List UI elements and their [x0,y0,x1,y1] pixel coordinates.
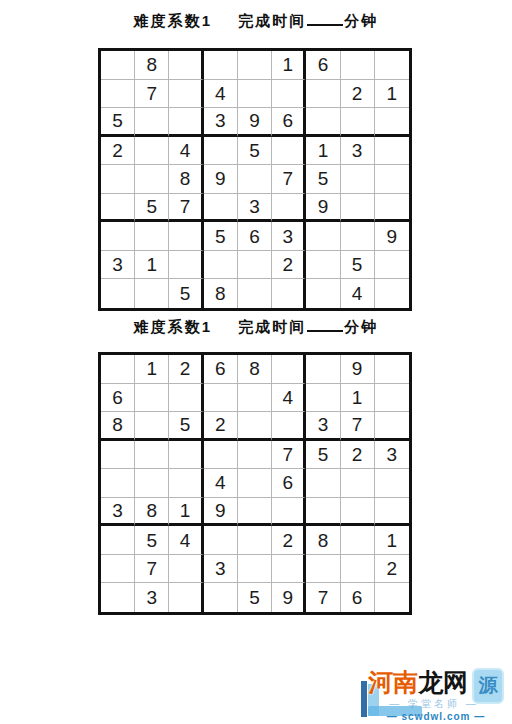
p1-cell-r3c9[interactable] [375,108,409,137]
puzzle-1-time-label: 完成时间 [238,12,306,29]
p1-cell-r7c3[interactable] [169,222,203,251]
p1-cell-r6c6[interactable] [272,194,306,223]
p1-cell-r4c3[interactable]: 4 [169,137,203,166]
watermark-site-name-rest: 龙网 [418,668,468,696]
p2-cell-r7c1[interactable] [101,526,135,555]
p1-cell-r5c7[interactable]: 5 [306,165,340,194]
p1-cell-r4c6[interactable] [272,137,306,166]
puzzle-2-time-unit: 分钟 [344,318,378,335]
puzzle-2-time-blank-line [307,319,343,332]
p1-cell-r3c7[interactable] [306,108,340,137]
p2-cell-r7c6[interactable]: 2 [272,526,306,555]
p1-cell-r5c8[interactable] [341,165,375,194]
p2-cell-r8c9[interactable]: 2 [375,555,409,584]
p2-cell-r1c7[interactable] [306,355,340,384]
p1-cell-r5c4[interactable]: 9 [204,165,238,194]
puzzle-1-time-blank-line [307,13,343,26]
p1-cell-r9c7[interactable] [306,279,340,308]
p2-cell-r3c4[interactable]: 2 [204,412,238,441]
p2-cell-r5c5[interactable] [238,469,272,498]
p2-cell-r5c1[interactable] [101,469,135,498]
p1-cell-r2c8[interactable]: 2 [341,80,375,109]
p2-cell-r4c6[interactable]: 7 [272,441,306,470]
p2-cell-r8c8[interactable] [341,555,375,584]
p2-cell-r4c7[interactable]: 5 [306,441,340,470]
p2-cell-r4c2[interactable] [135,441,169,470]
p2-cell-r1c5[interactable]: 8 [238,355,272,384]
p1-cell-r1c6[interactable]: 1 [272,51,306,80]
p1-cell-r6c1[interactable] [101,194,135,223]
p1-cell-r3c4[interactable]: 3 [204,108,238,137]
p1-cell-r1c1[interactable] [101,51,135,80]
p1-cell-r5c9[interactable] [375,165,409,194]
p2-cell-r6c9[interactable] [375,498,409,527]
p1-cell-r9c4[interactable]: 8 [204,279,238,308]
p2-cell-r6c3[interactable]: 1 [169,498,203,527]
p1-cell-r4c8[interactable]: 3 [341,137,375,166]
p2-cell-r6c5[interactable] [238,498,272,527]
p2-cell-r9c8[interactable]: 6 [341,583,375,612]
sudoku-worksheet: 难度系数1完成时间分钟 8167421539624513897557395639… [0,0,512,724]
p2-cell-r9c7[interactable]: 7 [306,583,340,612]
p1-cell-r1c9[interactable] [375,51,409,80]
watermark-domain: — scwdwl.com — [360,711,512,722]
p2-cell-r2c3[interactable] [169,384,203,413]
p1-cell-r4c4[interactable] [204,137,238,166]
p2-cell-r1c8[interactable]: 9 [341,355,375,384]
p2-cell-r7c4[interactable] [204,526,238,555]
p2-cell-r4c3[interactable] [169,441,203,470]
p1-cell-r1c3[interactable] [169,51,203,80]
puzzle-1-title: 难度系数1完成时间分钟 [0,12,512,31]
p1-cell-r6c8[interactable] [341,194,375,223]
p2-cell-r8c7[interactable] [306,555,340,584]
p2-cell-r2c2[interactable] [135,384,169,413]
p2-cell-r6c1[interactable]: 3 [101,498,135,527]
p2-cell-r2c7[interactable] [306,384,340,413]
p1-cell-r3c5[interactable]: 9 [238,108,272,137]
p1-cell-r5c1[interactable] [101,165,135,194]
p2-cell-r6c7[interactable] [306,498,340,527]
p1-cell-r7c2[interactable] [135,222,169,251]
p1-cell-r9c9[interactable] [375,279,409,308]
p2-cell-r8c5[interactable] [238,555,272,584]
p2-cell-r6c2[interactable]: 8 [135,498,169,527]
p2-cell-r6c6[interactable] [272,498,306,527]
p2-cell-r2c1[interactable]: 6 [101,384,135,413]
p1-cell-r2c3[interactable] [169,80,203,109]
p2-cell-r1c6[interactable] [272,355,306,384]
p2-cell-r1c3[interactable]: 2 [169,355,203,384]
p1-cell-r3c8[interactable] [341,108,375,137]
p2-cell-r5c6[interactable]: 6 [272,469,306,498]
p2-cell-r2c8[interactable]: 1 [341,384,375,413]
puzzle-1-difficulty-label: 难度系数1 [134,12,212,29]
p2-cell-r3c1[interactable]: 8 [101,412,135,441]
puzzle-2-difficulty-label: 难度系数1 [134,318,212,335]
p2-cell-r1c4[interactable]: 6 [204,355,238,384]
p1-cell-r1c8[interactable] [341,51,375,80]
p2-cell-r2c9[interactable] [375,384,409,413]
p2-cell-r9c9[interactable] [375,583,409,612]
p2-cell-r7c8[interactable] [341,526,375,555]
p1-cell-r8c6[interactable]: 2 [272,251,306,280]
watermark: 河南龙网 源 — 学堂名师 — — scwdwl.com — [360,662,512,724]
p2-cell-r7c2[interactable]: 5 [135,526,169,555]
p2-cell-r6c4[interactable]: 9 [204,498,238,527]
p2-cell-r7c5[interactable] [238,526,272,555]
p2-cell-r9c3[interactable] [169,583,203,612]
p1-cell-r2c4[interactable]: 4 [204,80,238,109]
p1-cell-r8c1[interactable]: 3 [101,251,135,280]
p1-cell-r8c3[interactable] [169,251,203,280]
p1-cell-r1c4[interactable] [204,51,238,80]
p2-cell-r3c2[interactable] [135,412,169,441]
p1-cell-r6c4[interactable] [204,194,238,223]
p1-cell-r1c2[interactable]: 8 [135,51,169,80]
p1-cell-r9c3[interactable]: 5 [169,279,203,308]
p1-cell-r2c1[interactable] [101,80,135,109]
p1-cell-r6c5[interactable]: 3 [238,194,272,223]
p1-cell-r4c9[interactable] [375,137,409,166]
p1-cell-r9c2[interactable] [135,279,169,308]
watermark-site-name-highlight: 河南 [368,668,418,696]
p1-cell-r2c2[interactable]: 7 [135,80,169,109]
p1-cell-r3c6[interactable]: 6 [272,108,306,137]
p2-cell-r5c3[interactable] [169,469,203,498]
p1-cell-r9c5[interactable] [238,279,272,308]
p2-cell-r6c8[interactable] [341,498,375,527]
sudoku-grid-2: 126896418523775234638195428173235976 [98,352,412,615]
p2-cell-r9c5[interactable]: 5 [238,583,272,612]
p1-cell-r3c1[interactable]: 5 [101,108,135,137]
p2-cell-r4c1[interactable] [101,441,135,470]
sudoku-grid-1: 81674215396245138975573956393125584 [98,48,412,311]
p1-cell-r2c9[interactable]: 1 [375,80,409,109]
p2-cell-r3c3[interactable]: 5 [169,412,203,441]
p2-cell-r9c2[interactable]: 3 [135,583,169,612]
p1-cell-r6c9[interactable] [375,194,409,223]
p2-cell-r2c4[interactable] [204,384,238,413]
p1-cell-r7c4[interactable]: 5 [204,222,238,251]
p1-cell-r5c6[interactable]: 7 [272,165,306,194]
p1-cell-r1c5[interactable] [238,51,272,80]
p2-cell-r3c9[interactable] [375,412,409,441]
p1-cell-r5c3[interactable]: 8 [169,165,203,194]
p1-cell-r5c2[interactable] [135,165,169,194]
watermark-site-name: 河南龙网 [368,670,468,695]
p2-cell-r8c4[interactable]: 3 [204,555,238,584]
p1-cell-r7c1[interactable] [101,222,135,251]
p1-cell-r4c5[interactable]: 5 [238,137,272,166]
p1-cell-r6c7[interactable]: 9 [306,194,340,223]
p1-cell-r7c7[interactable] [306,222,340,251]
p2-cell-r8c1[interactable] [101,555,135,584]
p2-cell-r3c7[interactable]: 3 [306,412,340,441]
p2-cell-r4c5[interactable] [238,441,272,470]
p2-cell-r1c2[interactable]: 1 [135,355,169,384]
p2-cell-r7c3[interactable]: 4 [169,526,203,555]
p2-cell-r2c5[interactable] [238,384,272,413]
watermark-tagline: — 学堂名师 — [364,697,504,711]
p2-cell-r3c8[interactable]: 7 [341,412,375,441]
p1-cell-r8c2[interactable]: 1 [135,251,169,280]
p2-cell-r5c2[interactable] [135,469,169,498]
p1-cell-r8c5[interactable] [238,251,272,280]
p2-cell-r3c6[interactable] [272,412,306,441]
p2-cell-r9c1[interactable] [101,583,135,612]
p1-cell-r8c7[interactable] [306,251,340,280]
p1-cell-r4c7[interactable]: 1 [306,137,340,166]
p2-cell-r8c6[interactable] [272,555,306,584]
p1-cell-r7c9[interactable]: 9 [375,222,409,251]
p1-cell-r7c5[interactable]: 6 [238,222,272,251]
p1-cell-r1c7[interactable]: 6 [306,51,340,80]
p2-cell-r7c9[interactable]: 1 [375,526,409,555]
p1-cell-r4c1[interactable]: 2 [101,137,135,166]
puzzle-2-time-label: 完成时间 [238,318,306,335]
p2-cell-r2c6[interactable]: 4 [272,384,306,413]
p2-cell-r5c8[interactable] [341,469,375,498]
p1-cell-r8c8[interactable]: 5 [341,251,375,280]
p2-cell-r9c6[interactable]: 9 [272,583,306,612]
p1-cell-r2c5[interactable] [238,80,272,109]
p1-cell-r3c3[interactable] [169,108,203,137]
p1-cell-r9c8[interactable]: 4 [341,279,375,308]
p2-cell-r1c1[interactable] [101,355,135,384]
p2-cell-r4c9[interactable]: 3 [375,441,409,470]
p2-cell-r3c5[interactable] [238,412,272,441]
p1-cell-r7c6[interactable]: 3 [272,222,306,251]
p1-cell-r3c2[interactable] [135,108,169,137]
p1-cell-r2c6[interactable] [272,80,306,109]
p1-cell-r2c7[interactable] [306,80,340,109]
p2-cell-r9c4[interactable] [204,583,238,612]
p2-cell-r1c9[interactable] [375,355,409,384]
p2-cell-r5c4[interactable]: 4 [204,469,238,498]
p2-cell-r7c7[interactable]: 8 [306,526,340,555]
puzzle-2-title: 难度系数1完成时间分钟 [0,318,512,337]
p1-cell-r6c3[interactable]: 7 [169,194,203,223]
p1-cell-r8c4[interactable] [204,251,238,280]
p1-cell-r9c6[interactable] [272,279,306,308]
p2-cell-r8c3[interactable] [169,555,203,584]
p2-cell-r4c8[interactable]: 2 [341,441,375,470]
p1-cell-r7c8[interactable] [341,222,375,251]
p2-cell-r5c9[interactable] [375,469,409,498]
p1-cell-r6c2[interactable]: 5 [135,194,169,223]
p1-cell-r5c5[interactable] [238,165,272,194]
p1-cell-r8c9[interactable] [375,251,409,280]
puzzle-1-time-unit: 分钟 [344,12,378,29]
p1-cell-r4c2[interactable] [135,137,169,166]
p1-cell-r9c1[interactable] [101,279,135,308]
p2-cell-r5c7[interactable] [306,469,340,498]
p2-cell-r8c2[interactable]: 7 [135,555,169,584]
p2-cell-r4c4[interactable] [204,441,238,470]
